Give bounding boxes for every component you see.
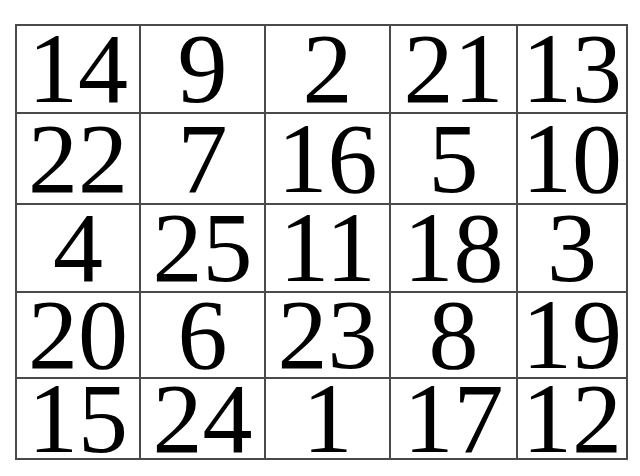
- cell-r5c3[interactable]: 1: [266, 379, 391, 458]
- page-background: 14 9 2 21 13 22 7 16 5 10 4 25 11 18 3 2…: [0, 0, 640, 476]
- cell-r4c3[interactable]: 23: [266, 293, 391, 379]
- cell-r2c4[interactable]: 5: [391, 114, 518, 205]
- cell-r5c2[interactable]: 24: [141, 379, 266, 458]
- cell-r2c3[interactable]: 16: [266, 114, 391, 205]
- cell-r1c1[interactable]: 14: [17, 26, 141, 114]
- cell-r4c4[interactable]: 8: [391, 293, 518, 379]
- cell-r3c2[interactable]: 25: [141, 205, 266, 293]
- cell-r1c5[interactable]: 13: [518, 26, 626, 114]
- cell-r1c4[interactable]: 21: [391, 26, 518, 114]
- cell-r5c5[interactable]: 12: [518, 379, 626, 458]
- cell-r4c5[interactable]: 19: [518, 293, 626, 379]
- cell-r2c1[interactable]: 22: [17, 114, 141, 205]
- cell-r1c3[interactable]: 2: [266, 26, 391, 114]
- cell-r3c1[interactable]: 4: [17, 205, 141, 293]
- cell-r4c1[interactable]: 20: [17, 293, 141, 379]
- cell-r2c5[interactable]: 10: [518, 114, 626, 205]
- cell-r4c2[interactable]: 6: [141, 293, 266, 379]
- cell-r3c4[interactable]: 18: [391, 205, 518, 293]
- cell-r3c5[interactable]: 3: [518, 205, 626, 293]
- cell-r2c2[interactable]: 7: [141, 114, 266, 205]
- schulte-table-grid: 14 9 2 21 13 22 7 16 5 10 4 25 11 18 3 2…: [15, 24, 628, 460]
- cell-r5c1[interactable]: 15: [17, 379, 141, 458]
- cell-r5c4[interactable]: 17: [391, 379, 518, 458]
- cell-r3c3[interactable]: 11: [266, 205, 391, 293]
- cell-r1c2[interactable]: 9: [141, 26, 266, 114]
